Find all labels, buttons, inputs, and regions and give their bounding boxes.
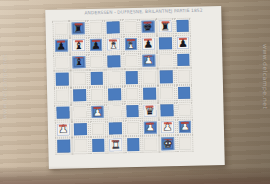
stamp-microtext (146, 106, 154, 108)
piece-white-pawn: ♟ (144, 56, 154, 67)
stamp-sheet: ANDERSSEN - DUFRESNE, BRILANTNEJ PARTIE … (45, 6, 225, 169)
square-b7: ♝ (72, 39, 85, 51)
piece-black-king: ♚ (143, 22, 153, 33)
square-f5 (143, 71, 156, 83)
square-a3 (56, 106, 69, 118)
stamp-microtext (163, 122, 171, 124)
square-c5 (90, 72, 103, 84)
square-g4 (160, 87, 173, 99)
square-b6: ♝ (73, 56, 86, 68)
square-c6 (90, 55, 103, 67)
piece-white-pawn: ♟ (180, 122, 190, 133)
square-a7: ♟ (55, 39, 68, 51)
square-e2 (126, 122, 139, 134)
piece-black-pawn: ♟ (178, 38, 188, 49)
square-b8: ♜ (72, 22, 85, 34)
square-c3: ♟ (91, 106, 104, 118)
square-b4 (73, 89, 86, 101)
piece-white-pawn: ♟ (163, 123, 173, 134)
square-g3 (161, 104, 174, 116)
stamp-microtext (179, 38, 187, 40)
piece-white-king: ♚ (163, 139, 173, 150)
square-e7: ♝ (124, 38, 137, 50)
square-a5 (56, 73, 69, 85)
piece-black-pawn: ♟ (91, 40, 101, 51)
square-a8 (55, 23, 68, 35)
piece-black-bishop: ♝ (74, 58, 84, 69)
stamp-microtext (127, 39, 135, 41)
square-d3 (109, 105, 122, 117)
square-d5 (108, 72, 121, 84)
square-g1: ♚ (161, 138, 174, 150)
square-f6: ♟ (142, 54, 155, 66)
square-f8: ♚ (141, 21, 154, 33)
stamp-microtext (144, 39, 152, 41)
square-h1 (179, 137, 192, 149)
piece-white-pawn: ♟ (58, 125, 68, 136)
square-d7: ♝ (107, 38, 120, 50)
stamp-microtext (161, 22, 169, 24)
square-h7: ♟ (177, 37, 190, 49)
square-f3: ♛ (143, 104, 156, 116)
piece-white-bishop: ♝ (126, 40, 136, 51)
square-c1 (92, 139, 105, 151)
watermark-right: www.delcampe.net (262, 44, 269, 109)
square-c7: ♟ (90, 39, 103, 51)
square-g8: ♜ (159, 20, 172, 32)
board: ♜♚♜♟♝♟♝♝♟♟♝♟♟♛♟♟♟♟♜♚ (55, 20, 192, 153)
stamp-microtext (74, 24, 82, 26)
stamp-microtext (144, 22, 152, 24)
square-f1 (144, 138, 157, 150)
stamp-microtext (92, 40, 100, 42)
square-a6 (55, 56, 68, 68)
piece-black-bishop: ♝ (74, 41, 84, 52)
square-a4 (56, 90, 69, 102)
square-e5 (125, 71, 138, 83)
square-a2: ♟ (57, 123, 70, 135)
square-f4 (143, 88, 156, 100)
piece-black-pawn: ♟ (143, 39, 153, 50)
piece-black-rook: ♜ (160, 22, 170, 33)
stamp-microtext (145, 56, 153, 58)
stamp-microtext (94, 107, 102, 109)
square-b5 (73, 72, 86, 84)
square-d4 (108, 88, 121, 100)
piece-white-pawn: ♟ (145, 123, 155, 134)
stamp-microtext (112, 140, 120, 142)
square-h6 (177, 53, 190, 65)
piece-white-rook: ♜ (111, 141, 121, 152)
piece-black-rook: ♜ (73, 24, 83, 35)
stamp-microtext (75, 40, 83, 42)
square-f2: ♟ (144, 121, 157, 133)
square-h8 (176, 20, 189, 32)
square-g7 (159, 37, 172, 49)
square-f7: ♟ (142, 37, 155, 49)
square-e8 (124, 21, 137, 33)
square-a1 (57, 140, 70, 152)
square-b2 (74, 123, 87, 135)
sheet-caption: ANDERSSEN - DUFRESNE, BRILANTNEJ PARTIE … (84, 10, 158, 16)
square-g6 (160, 54, 173, 66)
square-c4 (91, 89, 104, 101)
square-c8 (89, 22, 102, 34)
square-d6 (107, 55, 120, 67)
stamp-microtext (57, 41, 65, 43)
stamp-microtext (109, 40, 117, 42)
square-g2: ♟ (161, 121, 174, 133)
square-e3 (126, 105, 139, 117)
watermark-left: www.delcampe.net (1, 54, 8, 119)
square-e1 (127, 138, 140, 150)
photo-of-stamp-chessboard: www.delcampe.net www.delcampe.net ANDERS… (0, 0, 270, 184)
stamp-microtext (146, 123, 154, 125)
stamp-microtext (164, 139, 172, 141)
square-b1 (75, 140, 88, 152)
piece-black-queen: ♛ (145, 106, 155, 117)
square-h3 (178, 104, 191, 116)
square-d1: ♜ (109, 139, 122, 151)
square-g5 (160, 70, 173, 82)
square-c2 (92, 122, 105, 134)
square-h4 (178, 87, 191, 99)
square-d8 (107, 21, 120, 33)
piece-black-pawn: ♟ (56, 41, 66, 52)
piece-white-pawn: ♟ (93, 107, 103, 118)
square-h2: ♟ (178, 120, 191, 132)
square-e6 (125, 54, 138, 66)
stamp-microtext (181, 122, 189, 124)
square-b3 (74, 106, 87, 118)
square-e4 (126, 88, 139, 100)
square-d2 (109, 122, 122, 134)
stamp-microtext (59, 125, 67, 127)
stamp-microtext (75, 57, 83, 59)
square-h5 (177, 70, 190, 82)
piece-white-bishop: ♝ (109, 40, 119, 51)
